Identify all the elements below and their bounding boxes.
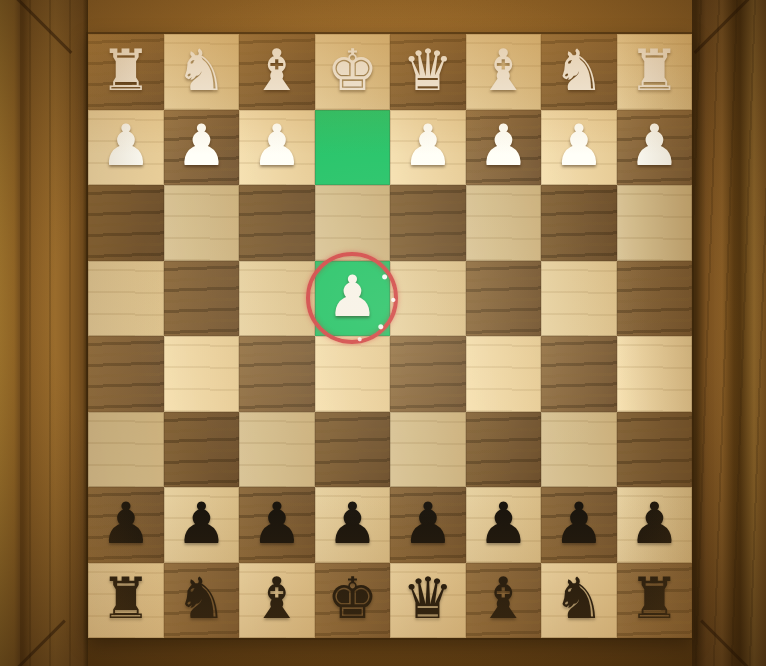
square-f2[interactable]: ♟ (239, 110, 315, 186)
white-rook[interactable]: ♜ (629, 42, 680, 99)
square-f3[interactable] (239, 185, 315, 261)
square-e7[interactable]: ♟ (315, 487, 391, 563)
square-h6[interactable] (88, 412, 164, 488)
black-pawn[interactable]: ♟ (327, 495, 378, 552)
square-e8[interactable]: ♚ (315, 563, 391, 639)
square-a8[interactable]: ♜ (617, 563, 693, 639)
white-bishop[interactable]: ♝ (478, 42, 529, 99)
square-e1[interactable]: ♚ (315, 34, 391, 110)
square-b5[interactable] (541, 336, 617, 412)
square-d3[interactable] (390, 185, 466, 261)
square-g1[interactable]: ♞ (164, 34, 240, 110)
square-e5[interactable] (315, 336, 391, 412)
black-pawn[interactable]: ♟ (402, 495, 453, 552)
square-c6[interactable] (466, 412, 542, 488)
square-g3[interactable] (164, 185, 240, 261)
square-b4[interactable] (541, 261, 617, 337)
white-pawn[interactable]: ♟ (251, 117, 302, 174)
white-queen[interactable]: ♛ (402, 42, 453, 99)
square-f5[interactable] (239, 336, 315, 412)
square-d5[interactable] (390, 336, 466, 412)
square-h5[interactable] (88, 336, 164, 412)
square-b8[interactable]: ♞ (541, 563, 617, 639)
square-h3[interactable] (88, 185, 164, 261)
white-pawn[interactable]: ♟ (402, 117, 453, 174)
square-c7[interactable]: ♟ (466, 487, 542, 563)
black-knight[interactable]: ♞ (553, 570, 604, 627)
white-pawn[interactable]: ♟ (553, 117, 604, 174)
square-e2[interactable] (315, 110, 391, 186)
white-pawn[interactable]: ♟ (327, 268, 378, 325)
square-b1[interactable]: ♞ (541, 34, 617, 110)
white-rook[interactable]: ♜ (100, 42, 151, 99)
frame-outer-edge-left (0, 0, 20, 666)
black-pawn[interactable]: ♟ (100, 495, 151, 552)
square-c1[interactable]: ♝ (466, 34, 542, 110)
square-d1[interactable]: ♛ (390, 34, 466, 110)
square-g7[interactable]: ♟ (164, 487, 240, 563)
square-d6[interactable] (390, 412, 466, 488)
white-pawn[interactable]: ♟ (176, 117, 227, 174)
square-a7[interactable]: ♟ (617, 487, 693, 563)
square-e6[interactable] (315, 412, 391, 488)
white-pawn[interactable]: ♟ (629, 117, 680, 174)
square-h7[interactable]: ♟ (88, 487, 164, 563)
square-b6[interactable] (541, 412, 617, 488)
black-bishop[interactable]: ♝ (478, 570, 529, 627)
square-g5[interactable] (164, 336, 240, 412)
square-h4[interactable] (88, 261, 164, 337)
black-knight[interactable]: ♞ (176, 570, 227, 627)
square-b7[interactable]: ♟ (541, 487, 617, 563)
square-d2[interactable]: ♟ (390, 110, 466, 186)
white-king[interactable]: ♚ (327, 42, 378, 99)
white-knight[interactable]: ♞ (553, 42, 604, 99)
white-pawn[interactable]: ♟ (100, 117, 151, 174)
frame-plank-right (692, 0, 766, 666)
square-d8[interactable]: ♛ (390, 563, 466, 639)
board: ♜♞♝♚♛♝♞♜♟♟♟♟♟♟♟♟♟♟♟♟♟♟♟♟♜♞♝♚♛♝♞♜ (88, 34, 692, 638)
square-f6[interactable] (239, 412, 315, 488)
square-h2[interactable]: ♟ (88, 110, 164, 186)
white-bishop[interactable]: ♝ (251, 42, 302, 99)
square-d4[interactable] (390, 261, 466, 337)
square-g4[interactable] (164, 261, 240, 337)
frame-plank-left (20, 0, 88, 666)
square-a3[interactable] (617, 185, 693, 261)
square-c5[interactable] (466, 336, 542, 412)
black-pawn[interactable]: ♟ (478, 495, 529, 552)
black-queen[interactable]: ♛ (402, 570, 453, 627)
black-pawn[interactable]: ♟ (553, 495, 604, 552)
black-rook[interactable]: ♜ (100, 570, 151, 627)
square-g2[interactable]: ♟ (164, 110, 240, 186)
square-f1[interactable]: ♝ (239, 34, 315, 110)
square-d7[interactable]: ♟ (390, 487, 466, 563)
square-f8[interactable]: ♝ (239, 563, 315, 639)
square-b3[interactable] (541, 185, 617, 261)
square-c8[interactable]: ♝ (466, 563, 542, 639)
black-king[interactable]: ♚ (327, 570, 378, 627)
square-b2[interactable]: ♟ (541, 110, 617, 186)
square-a5[interactable] (617, 336, 693, 412)
square-a1[interactable]: ♜ (617, 34, 693, 110)
white-pawn[interactable]: ♟ (478, 117, 529, 174)
square-c2[interactable]: ♟ (466, 110, 542, 186)
square-a6[interactable] (617, 412, 693, 488)
square-g6[interactable] (164, 412, 240, 488)
square-c4[interactable] (466, 261, 542, 337)
square-f4[interactable] (239, 261, 315, 337)
black-rook[interactable]: ♜ (629, 570, 680, 627)
square-f7[interactable]: ♟ (239, 487, 315, 563)
square-e4[interactable]: ♟ (315, 261, 391, 337)
square-a2[interactable]: ♟ (617, 110, 693, 186)
square-h1[interactable]: ♜ (88, 34, 164, 110)
square-c3[interactable] (466, 185, 542, 261)
white-knight[interactable]: ♞ (176, 42, 227, 99)
square-g8[interactable]: ♞ (164, 563, 240, 639)
black-pawn[interactable]: ♟ (251, 495, 302, 552)
black-pawn[interactable]: ♟ (629, 495, 680, 552)
black-pawn[interactable]: ♟ (176, 495, 227, 552)
square-a4[interactable] (617, 261, 693, 337)
black-bishop[interactable]: ♝ (251, 570, 302, 627)
square-h8[interactable]: ♜ (88, 563, 164, 639)
square-e3[interactable] (315, 185, 391, 261)
